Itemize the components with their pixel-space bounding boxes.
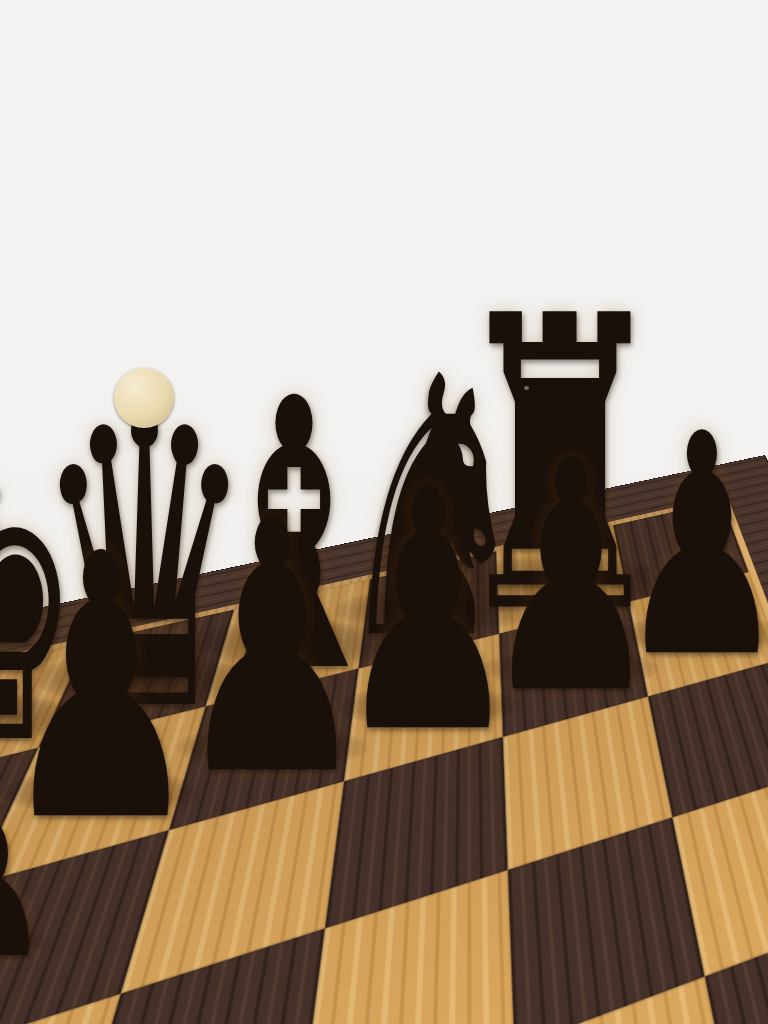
piece-pawn-c6[interactable]: ♟ (0, 761, 50, 991)
dust-speck (524, 386, 529, 390)
piece-pawn-e7[interactable]: ♟ (175, 475, 368, 823)
studio-backdrop: ♚♛♝♞♜♟♟♟♟♟♟ (0, 0, 768, 1024)
